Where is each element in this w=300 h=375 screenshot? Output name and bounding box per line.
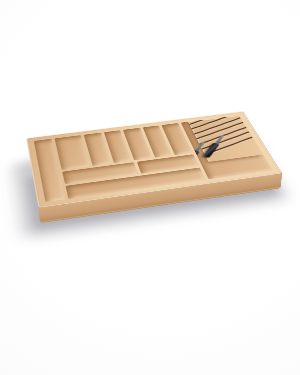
- cutlery-tray: [28, 125, 280, 223]
- kerf-layer: [188, 115, 238, 121]
- product-photo-scene: [0, 0, 300, 375]
